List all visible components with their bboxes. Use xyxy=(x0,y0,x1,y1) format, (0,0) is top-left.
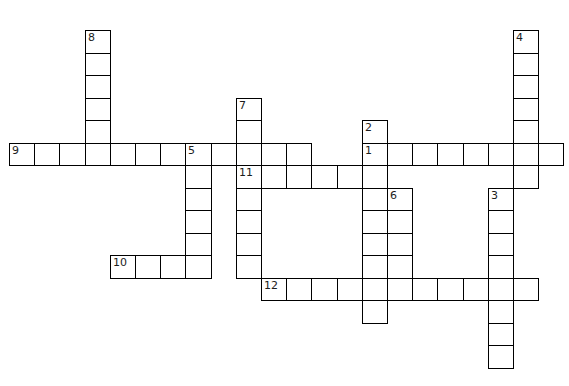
crossword-cell[interactable] xyxy=(110,143,136,166)
crossword-cell[interactable] xyxy=(488,300,514,324)
crossword-cell[interactable] xyxy=(185,255,212,279)
crossword-cell[interactable] xyxy=(211,143,237,166)
crossword-cell[interactable] xyxy=(513,143,539,166)
crossword-cell[interactable] xyxy=(185,188,212,211)
crossword-cell[interactable] xyxy=(362,255,388,279)
clue-number: 7 xyxy=(239,100,246,112)
crossword-cell[interactable] xyxy=(286,165,312,189)
crossword-cell[interactable] xyxy=(59,143,86,166)
crossword-cell[interactable] xyxy=(513,53,539,76)
crossword-cell[interactable] xyxy=(311,278,338,301)
crossword-cell[interactable]: 5 xyxy=(185,143,212,166)
crossword-cell[interactable] xyxy=(337,278,363,301)
crossword-cell[interactable] xyxy=(513,75,539,99)
crossword-cell[interactable]: 12 xyxy=(261,278,287,301)
crossword-cell[interactable]: 8 xyxy=(85,30,111,54)
crossword-cell[interactable] xyxy=(236,210,262,234)
crossword-cell[interactable] xyxy=(488,278,514,301)
crossword-cell[interactable] xyxy=(387,255,413,279)
crossword-cell[interactable] xyxy=(85,53,111,76)
clue-number: 4 xyxy=(516,32,523,44)
crossword-cell[interactable] xyxy=(488,233,514,256)
crossword-cell[interactable] xyxy=(463,143,489,166)
crossword-cell[interactable] xyxy=(185,233,212,256)
clue-number: 9 xyxy=(12,145,19,157)
crossword-cell[interactable] xyxy=(362,300,388,324)
crossword-cell[interactable] xyxy=(362,165,388,189)
crossword-cell[interactable]: 6 xyxy=(387,188,413,211)
crossword-cell[interactable] xyxy=(463,278,489,301)
clue-number: 10 xyxy=(113,257,127,269)
crossword-cell[interactable] xyxy=(34,143,60,166)
clue-number: 11 xyxy=(239,167,253,179)
crossword-cell[interactable] xyxy=(488,210,514,234)
crossword-cell[interactable] xyxy=(135,255,161,279)
crossword-cell[interactable] xyxy=(85,98,111,121)
crossword-cell[interactable] xyxy=(488,143,514,166)
crossword-cell[interactable] xyxy=(362,210,388,234)
crossword-cell[interactable] xyxy=(261,143,287,166)
crossword-page: 847295111631012 xyxy=(0,0,569,386)
crossword-cell[interactable] xyxy=(236,233,262,256)
crossword-cell[interactable] xyxy=(160,143,186,166)
clue-number: 8 xyxy=(88,32,95,44)
crossword-cell[interactable] xyxy=(362,233,388,256)
crossword-cell[interactable]: 9 xyxy=(9,143,35,166)
crossword-cell[interactable] xyxy=(362,188,388,211)
crossword-cell[interactable] xyxy=(513,98,539,121)
crossword-cell[interactable] xyxy=(387,143,413,166)
crossword-cell[interactable]: 3 xyxy=(488,188,514,211)
crossword-cell[interactable]: 1 xyxy=(362,143,388,166)
clue-number: 2 xyxy=(365,122,372,134)
crossword-cell[interactable] xyxy=(286,143,312,166)
crossword-cell[interactable] xyxy=(135,143,161,166)
crossword-cell[interactable] xyxy=(488,323,514,346)
crossword-cell[interactable] xyxy=(236,188,262,211)
crossword-cell[interactable] xyxy=(437,278,464,301)
crossword-cell[interactable] xyxy=(337,165,363,189)
crossword-cell[interactable] xyxy=(362,278,388,301)
crossword-cell[interactable] xyxy=(412,278,438,301)
clue-number: 3 xyxy=(491,190,498,202)
crossword-cell[interactable] xyxy=(236,255,262,279)
crossword-cell[interactable]: 4 xyxy=(513,30,539,54)
crossword-cell[interactable]: 2 xyxy=(362,120,388,144)
crossword-cell[interactable] xyxy=(286,278,312,301)
crossword-cell[interactable] xyxy=(488,255,514,279)
crossword-cell[interactable] xyxy=(437,143,464,166)
clue-number: 6 xyxy=(390,190,397,202)
crossword-cell[interactable] xyxy=(85,75,111,99)
crossword-cell[interactable] xyxy=(513,165,539,189)
crossword-cell[interactable] xyxy=(513,120,539,144)
crossword-cell[interactable] xyxy=(85,120,111,144)
crossword-cell[interactable] xyxy=(185,165,212,189)
crossword-cell[interactable] xyxy=(387,233,413,256)
crossword-cell[interactable] xyxy=(387,210,413,234)
crossword-cell[interactable]: 11 xyxy=(236,165,262,189)
crossword-cell[interactable]: 10 xyxy=(110,255,136,279)
crossword-cell[interactable] xyxy=(160,255,186,279)
crossword-cell[interactable] xyxy=(85,143,111,166)
crossword-cell[interactable]: 7 xyxy=(236,98,262,121)
clue-number: 1 xyxy=(365,145,372,157)
clue-number: 12 xyxy=(264,280,278,292)
crossword-cell[interactable] xyxy=(538,143,564,166)
crossword-cell[interactable] xyxy=(513,278,539,301)
crossword-cell[interactable] xyxy=(387,278,413,301)
crossword-cell[interactable] xyxy=(236,120,262,144)
crossword-cell[interactable] xyxy=(236,143,262,166)
crossword-cell[interactable] xyxy=(488,345,514,369)
crossword-cell[interactable] xyxy=(412,143,438,166)
crossword-cell[interactable] xyxy=(311,165,338,189)
clue-number: 5 xyxy=(188,145,195,157)
crossword-cell[interactable] xyxy=(261,165,287,189)
crossword-cell[interactable] xyxy=(185,210,212,234)
